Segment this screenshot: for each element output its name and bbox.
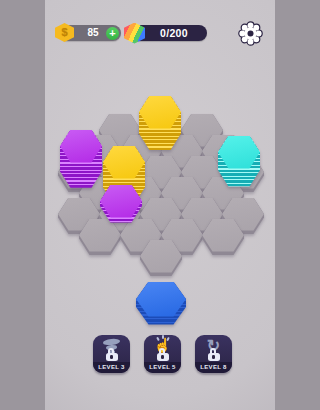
- swap-arrows-icon: ↻: [195, 335, 232, 362]
- add-coins-button[interactable]: +: [106, 27, 119, 40]
- unlock-level-label: LEVEL 8: [195, 362, 232, 373]
- tornado-icon: [93, 335, 130, 362]
- coin-icon: $: [55, 23, 74, 42]
- hex-cell-r6c0-top: [140, 240, 182, 273]
- hex-cell-r5c3-top: [202, 219, 244, 252]
- purple-stack: [60, 130, 102, 188]
- unlock-level-label: LEVEL 5: [144, 362, 181, 373]
- lock-icon: [106, 348, 118, 361]
- purple-piece-top: [100, 185, 142, 218]
- yellow-stack-top: [103, 146, 145, 179]
- unlock-level-label: LEVEL 3: [93, 362, 130, 373]
- hex-cell-r5c0-top: [79, 219, 121, 252]
- progress-text: 0/200: [145, 27, 203, 39]
- booster-hand-locked-button[interactable]: ☝ LEVEL 5: [144, 335, 181, 373]
- hex-cell-r5c3[interactable]: [202, 219, 244, 256]
- lock-icon: [208, 348, 220, 361]
- yellow-stack: [139, 96, 181, 151]
- lock-icon: [157, 348, 169, 361]
- booster-swap-locked-button[interactable]: ↻ LEVEL 8: [195, 335, 232, 373]
- coin-counter: $ 85 +: [59, 25, 121, 41]
- settings-button[interactable]: [238, 21, 263, 46]
- coin-count: 85: [79, 27, 107, 38]
- cyan-stack-top: [218, 136, 260, 169]
- hand-tap-icon: ☝: [144, 335, 181, 362]
- rainbow-hexagon-icon: [124, 23, 145, 44]
- booster-tornado-locked-button[interactable]: LEVEL 3: [93, 335, 130, 373]
- purple-stack-top: [60, 130, 102, 163]
- purple-piece: [100, 185, 142, 223]
- progress-counter: 0/200: [129, 25, 207, 41]
- blue-piece-top: [136, 282, 186, 317]
- cyan-stack: [218, 136, 260, 187]
- hex-cell-r6c0[interactable]: [140, 240, 182, 277]
- yellow-stack-top: [139, 96, 181, 129]
- gear-icon: [238, 21, 263, 46]
- hex-cell-r5c0[interactable]: [79, 219, 121, 256]
- blue-piece[interactable]: [136, 282, 186, 325]
- game-screen: $ 85 + 0/200 LEVEL 3 ☝ LEVEL 5 ↻: [45, 0, 275, 410]
